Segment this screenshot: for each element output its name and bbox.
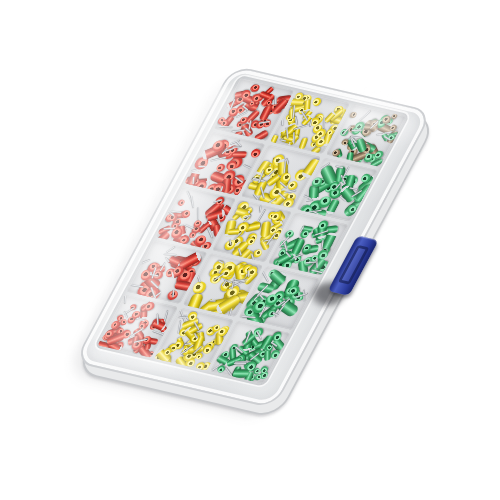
metal-pin [281, 119, 284, 126]
ferrule-red [224, 160, 238, 172]
metal-pin [225, 367, 233, 377]
metal-pin [293, 132, 295, 144]
metal-pin [156, 314, 159, 325]
ferrule-red [120, 318, 127, 325]
ferrule-yellow [215, 294, 241, 316]
metal-pin [190, 195, 194, 208]
metal-pin [352, 129, 363, 131]
ferrule-red [176, 199, 186, 208]
product-photo [0, 0, 500, 500]
ferrule-brown [350, 112, 358, 119]
ferrule-red [182, 210, 191, 219]
metal-pin [303, 289, 306, 302]
ferrule-red [188, 231, 197, 238]
metal-pin [196, 207, 198, 220]
metal-pin [163, 253, 176, 256]
metal-pin [180, 316, 188, 318]
ferrule-yellow [298, 137, 309, 149]
ferrule-red [251, 84, 260, 91]
metal-pin [233, 362, 246, 364]
metal-pin [124, 295, 127, 303]
metal-pin [286, 158, 290, 165]
ferrule-green [346, 152, 354, 164]
ferrule-yellow [270, 135, 279, 146]
metal-pin [244, 164, 252, 169]
metal-pin [305, 199, 312, 202]
metal-pin [165, 246, 175, 253]
ferrule-brown [389, 124, 398, 132]
ferrule-red [254, 129, 269, 141]
ferrule-yellow [196, 352, 204, 360]
metal-pin [163, 312, 168, 322]
metal-pin [377, 133, 384, 136]
ferrule-yellow [253, 249, 262, 257]
organizer-box [76, 65, 430, 405]
ferrule-yellow [311, 97, 323, 107]
metal-pin [163, 227, 176, 230]
metal-pin [210, 299, 217, 301]
metal-pin [218, 125, 232, 128]
ferrule-yellow [327, 128, 334, 136]
